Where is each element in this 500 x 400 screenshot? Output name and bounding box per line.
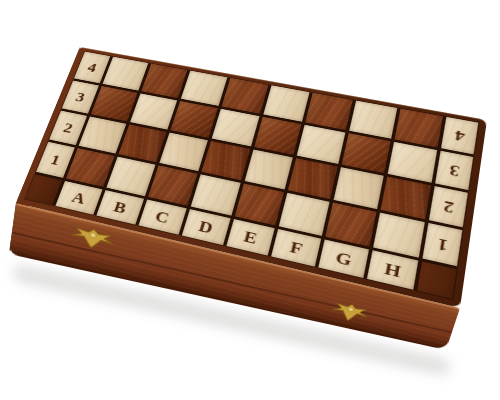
rank-label-right-3: 3 bbox=[435, 151, 473, 190]
square-g3 bbox=[342, 133, 391, 173]
square-e3 bbox=[254, 117, 302, 155]
square-e1 bbox=[234, 183, 284, 225]
square-g4 bbox=[349, 101, 397, 139]
square-f4 bbox=[306, 93, 354, 130]
square-b3 bbox=[130, 93, 177, 129]
square-d3 bbox=[211, 109, 259, 147]
square-a3 bbox=[91, 86, 138, 121]
square-h1 bbox=[373, 213, 425, 258]
brass-clasp-icon bbox=[328, 298, 372, 325]
rank-label-right-1: 1 bbox=[422, 223, 462, 266]
file-label-d: D bbox=[181, 209, 230, 245]
file-label-a: A bbox=[55, 181, 102, 215]
file-label-f: F bbox=[272, 229, 322, 267]
square-h2 bbox=[381, 177, 431, 220]
file-label-b: B bbox=[96, 190, 144, 224]
square-f2 bbox=[288, 158, 338, 199]
square-d2 bbox=[201, 141, 250, 180]
square-d1 bbox=[190, 174, 240, 215]
square-c3 bbox=[170, 101, 217, 138]
square-e4 bbox=[263, 85, 310, 122]
square-h3 bbox=[388, 142, 437, 183]
file-label-e: E bbox=[226, 219, 275, 256]
chess-box-photo: 44332211ABCDEFGH bbox=[0, 0, 500, 400]
square-e2 bbox=[244, 149, 293, 189]
file-label-c: C bbox=[138, 199, 186, 234]
square-c4 bbox=[181, 71, 227, 106]
square-b4 bbox=[141, 64, 187, 99]
rank-label-right-4: 4 bbox=[441, 117, 478, 155]
square-a2 bbox=[79, 116, 127, 153]
square-f1 bbox=[279, 193, 330, 236]
square-b1 bbox=[106, 157, 155, 197]
file-label-h: H bbox=[367, 250, 418, 289]
square-h4 bbox=[395, 109, 443, 148]
square-c1 bbox=[148, 165, 197, 205]
rank-label-right-2: 2 bbox=[429, 186, 468, 227]
square-a4 bbox=[103, 57, 149, 91]
square-f3 bbox=[297, 125, 346, 164]
square-d4 bbox=[221, 78, 268, 114]
square-c2 bbox=[159, 132, 207, 171]
square-g1 bbox=[326, 203, 377, 247]
square-a1 bbox=[66, 148, 115, 187]
file-label-g: G bbox=[319, 240, 370, 279]
square-b2 bbox=[118, 124, 166, 162]
corner-bottom-right bbox=[417, 261, 457, 298]
square-g2 bbox=[334, 167, 384, 209]
